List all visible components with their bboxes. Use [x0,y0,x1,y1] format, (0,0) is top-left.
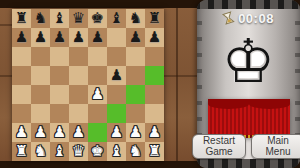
square-c4[interactable] [50,85,69,104]
square-f8[interactable]: ♝ [107,9,126,28]
white-king-icon: ♚ ♔ [197,28,300,94]
square-c3[interactable] [50,104,69,123]
black-knight-b8[interactable]: ♞ [31,9,50,28]
black-pawn-c7[interactable]: ♟ [50,28,69,47]
square-e3[interactable] [88,104,107,123]
white-bishop-c1[interactable]: ♝ [50,142,69,161]
white-pawn-e4[interactable]: ♟ [88,85,107,104]
square-a7[interactable]: ♟ [12,28,31,47]
square-g2[interactable]: ♟ [126,123,145,142]
timer-value: 00:08 [238,11,274,26]
square-c8[interactable]: ♝ [50,9,69,28]
square-a1[interactable]: ♜ [12,142,31,161]
white-pawn-b2[interactable]: ♟ [31,123,50,142]
square-e1[interactable]: ♚ [88,142,107,161]
white-king-e1[interactable]: ♚ [88,142,107,161]
square-h2[interactable]: ♟ [145,123,164,142]
square-c7[interactable]: ♟ [50,28,69,47]
square-e7[interactable]: ♟ [88,28,107,47]
square-c6[interactable] [50,47,69,66]
white-queen-d1[interactable]: ♛ [69,142,88,161]
square-a3[interactable] [12,104,31,123]
restart-game-button[interactable]: Restart Game [192,134,246,159]
square-h4[interactable] [145,85,164,104]
square-f3[interactable] [107,104,126,123]
white-rook-h1[interactable]: ♜ [145,142,164,161]
white-pawn-f2[interactable]: ♟ [107,123,126,142]
black-pawn-d7[interactable]: ♟ [69,28,88,47]
white-knight-g1[interactable]: ♞ [126,142,145,161]
white-rook-a1[interactable]: ♜ [12,142,31,161]
square-f1[interactable]: ♝ [107,142,126,161]
wood-seam [0,24,12,26]
square-b6[interactable] [31,47,50,66]
square-f5[interactable]: ♟ [107,66,126,85]
square-d5[interactable] [69,66,88,85]
square-f6[interactable] [107,47,126,66]
square-d4[interactable] [69,85,88,104]
square-g5[interactable] [126,66,145,85]
square-a5[interactable] [12,66,31,85]
square-c2[interactable]: ♟ [50,123,69,142]
white-pawn-h2[interactable]: ♟ [145,123,164,142]
square-g4[interactable] [126,85,145,104]
black-pawn-e7[interactable]: ♟ [88,28,107,47]
black-rook-a8[interactable]: ♜ [12,9,31,28]
black-pawn-h7[interactable]: ♟ [145,28,164,47]
hourglass-icon [221,11,235,27]
square-d2[interactable]: ♟ [69,123,88,142]
black-pawn-b7[interactable]: ♟ [31,28,50,47]
square-e2[interactable] [88,123,107,142]
panel-rivet-strip-bottom [197,159,300,168]
white-knight-b1[interactable]: ♞ [31,142,50,161]
square-b2[interactable]: ♟ [31,123,50,142]
square-h7[interactable]: ♟ [145,28,164,47]
black-rook-h8[interactable]: ♜ [145,9,164,28]
tray-valance [208,99,290,109]
square-d3[interactable] [69,104,88,123]
square-a6[interactable] [12,47,31,66]
main-menu-button[interactable]: Main Menu [251,134,300,159]
black-pawn-g7[interactable]: ♟ [126,28,145,47]
captured-pieces-tray [208,99,290,138]
white-pawn-a2[interactable]: ♟ [12,123,31,142]
square-h5[interactable] [145,66,164,85]
square-g3[interactable] [126,104,145,123]
black-pawn-a7[interactable]: ♟ [12,28,31,47]
square-g1[interactable]: ♞ [126,142,145,161]
square-c1[interactable]: ♝ [50,142,69,161]
square-a2[interactable]: ♟ [12,123,31,142]
white-bishop-f1[interactable]: ♝ [107,142,126,161]
side-panel: 00:08 ♚ ♔ Restart Game Main Menu [197,0,300,168]
white-pawn-d2[interactable]: ♟ [69,123,88,142]
square-b5[interactable] [31,66,50,85]
square-b7[interactable]: ♟ [31,28,50,47]
square-h3[interactable] [145,104,164,123]
square-f4[interactable] [107,85,126,104]
square-b8[interactable]: ♞ [31,9,50,28]
square-b4[interactable] [31,85,50,104]
square-d6[interactable] [69,47,88,66]
square-h6[interactable] [145,47,164,66]
square-g6[interactable] [126,47,145,66]
square-f2[interactable]: ♟ [107,123,126,142]
square-b1[interactable]: ♞ [31,142,50,161]
black-king-e8[interactable]: ♚ [88,9,107,28]
square-c5[interactable] [50,66,69,85]
square-e6[interactable] [88,47,107,66]
chess-board[interactable]: ♜♞♝♛♚♝♞♜♟♟♟♟♟♟♟♟♟♟♟♟♟♟♟♟♜♞♝♛♚♝♞♜ [12,9,164,161]
square-g8[interactable]: ♞ [126,9,145,28]
panel-rivet-strip-top [197,0,300,9]
black-bishop-f8[interactable]: ♝ [107,9,126,28]
square-h1[interactable]: ♜ [145,142,164,161]
black-knight-g8[interactable]: ♞ [126,9,145,28]
black-queen-d8[interactable]: ♛ [69,9,88,28]
square-d8[interactable]: ♛ [69,9,88,28]
square-e5[interactable] [88,66,107,85]
square-a8[interactable]: ♜ [12,9,31,28]
square-e8[interactable]: ♚ [88,9,107,28]
wood-seam [0,75,12,77]
square-a4[interactable] [12,85,31,104]
square-b3[interactable] [31,104,50,123]
timer-row: 00:08 [197,11,300,26]
white-pawn-c2[interactable]: ♟ [50,123,69,142]
square-d7[interactable]: ♟ [69,28,88,47]
square-e4[interactable]: ♟ [88,85,107,104]
black-pawn-f5[interactable]: ♟ [107,66,126,85]
square-f7[interactable] [107,28,126,47]
panel-buttons: Restart Game Main Menu [197,134,300,159]
app-window: ♜♞♝♛♚♝♞♜♟♟♟♟♟♟♟♟♟♟♟♟♟♟♟♟♜♞♝♛♚♝♞♜ 00:08 ♚… [0,0,300,168]
black-bishop-c8[interactable]: ♝ [50,9,69,28]
wood-seam [164,75,197,77]
square-g7[interactable]: ♟ [126,28,145,47]
square-d1[interactable]: ♛ [69,142,88,161]
wood-seam [176,8,178,161]
square-h8[interactable]: ♜ [145,9,164,28]
white-pawn-g2[interactable]: ♟ [126,123,145,142]
